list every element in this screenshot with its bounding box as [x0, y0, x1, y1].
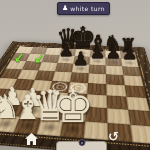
square-g2[interactable] — [107, 108, 130, 124]
undo-icon: ↺ — [108, 129, 119, 144]
black-pawn-g7[interactable]: ♟ — [106, 44, 122, 62]
chess-app-screen: abcdefgh 87654321 ♜♞♝♛♚♟♟♟♟♟♛♚♝♞♜♟♟♟♟♟↙↙… — [0, 0, 150, 150]
moves-tray[interactable] — [56, 141, 107, 150]
black-pawn-e6[interactable]: ♟ — [73, 50, 89, 68]
rank-label-4: 4 — [148, 87, 150, 99]
home-button[interactable] — [25, 131, 38, 144]
home-icon — [25, 133, 38, 146]
rank-label-5: 5 — [145, 76, 150, 87]
black-pawn-f7[interactable]: ♟ — [90, 43, 106, 61]
file-label-b: b — [34, 44, 49, 46]
turn-badge: ♟ white turn — [57, 2, 110, 15]
undo-button[interactable]: ↺ — [108, 130, 119, 143]
white-king-e1[interactable]: ♚ — [52, 83, 93, 129]
turn-badge-label: white turn — [70, 5, 105, 12]
rank-label-6: 6 — [142, 67, 150, 76]
black-pawn-h7[interactable]: ♟ — [122, 45, 138, 63]
square-h1[interactable] — [130, 125, 150, 144]
rank-label-7: 7 — [140, 59, 148, 67]
white-pawn-icon: ♟ — [62, 5, 68, 12]
file-label-a: a — [20, 43, 35, 45]
rank-label-8: 8 — [138, 52, 145, 60]
tray-handle-icon[interactable] — [78, 139, 85, 146]
